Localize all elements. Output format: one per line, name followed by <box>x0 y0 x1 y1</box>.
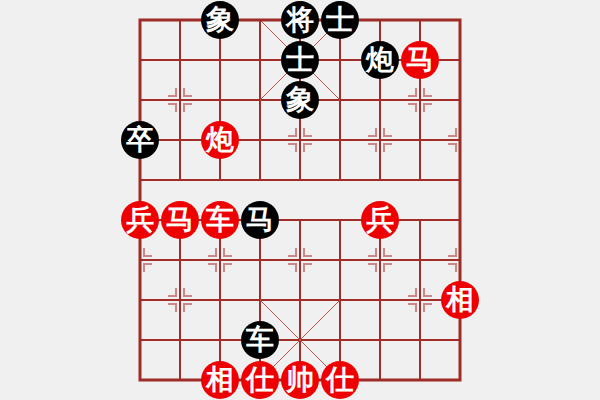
piece-black-soldier[interactable]: 卒 <box>121 121 159 159</box>
piece-red-elephant[interactable]: 相 <box>201 361 239 399</box>
piece-red-advisor[interactable]: 仕 <box>241 361 279 399</box>
piece-black-elephant[interactable]: 象 <box>281 81 319 119</box>
piece-red-horse[interactable]: 马 <box>401 41 439 79</box>
piece-black-elephant[interactable]: 象 <box>201 1 239 39</box>
piece-black-cannon[interactable]: 炮 <box>361 41 399 79</box>
piece-red-soldier[interactable]: 兵 <box>121 201 159 239</box>
piece-red-cannon[interactable]: 炮 <box>201 121 239 159</box>
piece-red-soldier[interactable]: 兵 <box>361 201 399 239</box>
piece-black-advisor[interactable]: 士 <box>321 1 359 39</box>
piece-red-chariot[interactable]: 车 <box>201 201 239 239</box>
xiangqi-board-screenshot: 象将士士炮马象卒炮兵马车马兵相车相仕帅仕 <box>0 0 600 400</box>
pieces-layer: 象将士士炮马象卒炮兵马车马兵相车相仕帅仕 <box>120 0 480 400</box>
piece-black-chariot[interactable]: 车 <box>241 321 279 359</box>
piece-black-advisor[interactable]: 士 <box>281 41 319 79</box>
piece-red-advisor[interactable]: 仕 <box>321 361 359 399</box>
piece-black-horse[interactable]: 马 <box>241 201 279 239</box>
piece-black-general[interactable]: 将 <box>281 1 319 39</box>
piece-red-elephant[interactable]: 相 <box>441 281 479 319</box>
piece-red-general[interactable]: 帅 <box>281 361 319 399</box>
piece-red-horse[interactable]: 马 <box>161 201 199 239</box>
